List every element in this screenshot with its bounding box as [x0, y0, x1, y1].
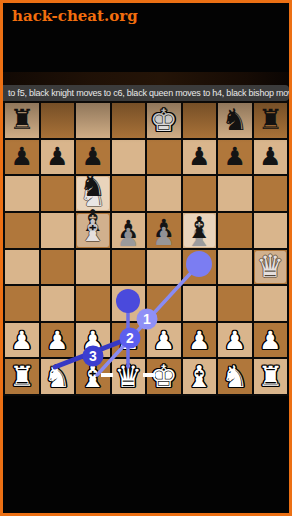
square-d7[interactable] [112, 140, 146, 175]
square-b6[interactable] [41, 176, 75, 211]
move-suggestion-bar: to f5, black knight moves to c6, black q… [3, 85, 289, 101]
white-pawn-c2[interactable]: ♟ [76, 323, 110, 358]
square-b8[interactable] [41, 103, 75, 138]
white-pawn-b2[interactable]: ♟ [41, 323, 75, 358]
square-g2[interactable]: ♟ [218, 323, 252, 358]
suggested-square-highlight [184, 214, 216, 247]
black-pawn-f7[interactable]: ♟ [183, 140, 217, 175]
square-c2[interactable]: ♟ [76, 323, 110, 358]
square-f6[interactable] [183, 176, 217, 211]
black-pawn-c7[interactable]: ♟ [76, 140, 110, 175]
suggested-square-highlight [77, 214, 109, 247]
white-queen-d1[interactable]: ♛ [112, 359, 146, 394]
ghost-black-knight-c6: ♞ [76, 178, 110, 213]
square-c3[interactable] [76, 286, 110, 321]
square-a3[interactable] [5, 286, 39, 321]
white-knight-g1[interactable]: ♞ [218, 359, 252, 394]
white-pawn-g2[interactable]: ♟ [218, 323, 252, 358]
black-knight-g8[interactable]: ♞ [218, 103, 252, 138]
ghost-black-bishop-f5: ♝ [183, 219, 217, 254]
suggested-square-highlight [255, 251, 287, 284]
square-g7[interactable]: ♟ [218, 140, 252, 175]
square-e1[interactable]: ♚ [147, 359, 181, 394]
square-d3[interactable] [112, 286, 146, 321]
white-pawn-e2[interactable]: ♟ [147, 323, 181, 358]
square-c7[interactable]: ♟ [76, 140, 110, 175]
square-f5[interactable]: ♝♝ [183, 213, 217, 248]
suggested-square-highlight [77, 177, 109, 210]
square-e6[interactable] [147, 176, 181, 211]
square-c5[interactable]: ♝♝ [76, 213, 110, 248]
square-d8[interactable] [112, 103, 146, 138]
square-f4[interactable] [183, 250, 217, 285]
square-h2[interactable]: ♟ [254, 323, 288, 358]
white-pawn-h2[interactable]: ♟ [254, 323, 288, 358]
square-f3[interactable] [183, 286, 217, 321]
black-pawn-e5[interactable]: ♟ [147, 211, 181, 246]
square-e3[interactable] [147, 286, 181, 321]
white-pawn-a2[interactable]: ♟ [5, 323, 39, 358]
white-bishop-f1[interactable]: ♝ [183, 359, 217, 394]
square-b5[interactable] [41, 213, 75, 248]
chess-board: ♜♚♞♜♟♟♟♟♟♟♞♞♝♝♟♟♟♟♝♝♛♟♟♟♟♟♟♟♟♜♞♝♛♚♝♞♜ 12… [3, 101, 289, 396]
black-rook-h8[interactable]: ♜ [254, 103, 288, 138]
square-d2[interactable]: ♟ [112, 323, 146, 358]
square-d5[interactable]: ♟♟ [112, 213, 146, 248]
square-b7[interactable]: ♟ [41, 140, 75, 175]
white-rook-a1[interactable]: ♜ [5, 359, 39, 394]
square-h4[interactable]: ♛ [254, 250, 288, 285]
square-c8[interactable] [76, 103, 110, 138]
ghost-black-bishop-c5: ♝ [76, 214, 110, 249]
square-f8[interactable] [183, 103, 217, 138]
black-pawn-d5[interactable]: ♟ [112, 212, 146, 247]
square-e8[interactable]: ♚ [147, 103, 181, 138]
square-g8[interactable]: ♞ [218, 103, 252, 138]
white-pawn-d2[interactable]: ♟ [112, 323, 146, 358]
square-d4[interactable] [112, 250, 146, 285]
app-window: hack-cheat.org to f5, black knight moves… [0, 0, 292, 516]
square-c1[interactable]: ♝ [76, 359, 110, 394]
black-king-e8[interactable]: ♚ [147, 103, 181, 138]
square-f7[interactable]: ♟ [183, 140, 217, 175]
square-a4[interactable] [5, 250, 39, 285]
square-g5[interactable] [218, 213, 252, 248]
white-king-e1[interactable]: ♚ [147, 359, 181, 394]
square-h3[interactable] [254, 286, 288, 321]
black-bishop-f5[interactable]: ♝ [183, 211, 217, 246]
black-pawn-h7[interactable]: ♟ [254, 140, 288, 175]
square-e2[interactable]: ♟ [147, 323, 181, 358]
square-c6[interactable]: ♞♞ [76, 176, 110, 211]
square-f1[interactable]: ♝ [183, 359, 217, 394]
ghost-black-queen-h4: ♛ [254, 250, 288, 285]
square-g4[interactable] [218, 250, 252, 285]
square-e7[interactable] [147, 140, 181, 175]
square-h6[interactable] [254, 176, 288, 211]
square-f2[interactable]: ♟ [183, 323, 217, 358]
white-knight-b1[interactable]: ♞ [41, 359, 75, 394]
square-d1[interactable]: ♛ [112, 359, 146, 394]
square-a1[interactable]: ♜ [5, 359, 39, 394]
white-bishop-c1[interactable]: ♝ [76, 359, 110, 394]
square-a2[interactable]: ♟ [5, 323, 39, 358]
square-b4[interactable] [41, 250, 75, 285]
square-c4[interactable] [76, 250, 110, 285]
square-a7[interactable]: ♟ [5, 140, 39, 175]
black-pawn-a7[interactable]: ♟ [5, 140, 39, 175]
square-h1[interactable]: ♜ [254, 359, 288, 394]
square-e5[interactable]: ♟♟ [147, 213, 181, 248]
square-d6[interactable] [112, 176, 146, 211]
square-h7[interactable]: ♟ [254, 140, 288, 175]
square-e4[interactable] [147, 250, 181, 285]
ghost-black-pawn-e5: ♟ [147, 219, 181, 254]
square-h5[interactable] [254, 213, 288, 248]
square-h8[interactable]: ♜ [254, 103, 288, 138]
square-b3[interactable] [41, 286, 75, 321]
white-pawn-f2[interactable]: ♟ [183, 323, 217, 358]
square-a5[interactable] [5, 213, 39, 248]
black-rook-a8[interactable]: ♜ [5, 103, 39, 138]
square-g6[interactable] [218, 176, 252, 211]
white-rook-h1[interactable]: ♜ [254, 359, 288, 394]
square-a8[interactable]: ♜ [5, 103, 39, 138]
square-g1[interactable]: ♞ [218, 359, 252, 394]
square-b1[interactable]: ♞ [41, 359, 75, 394]
square-b2[interactable]: ♟ [41, 323, 75, 358]
site-watermark: hack-cheat.org [12, 7, 138, 25]
black-pawn-b7[interactable]: ♟ [41, 140, 75, 175]
square-a6[interactable] [5, 176, 39, 211]
black-pawn-g7[interactable]: ♟ [218, 140, 252, 175]
square-g3[interactable] [218, 286, 252, 321]
chess-board-grid: ♜♚♞♜♟♟♟♟♟♟♞♞♝♝♟♟♟♟♝♝♛♟♟♟♟♟♟♟♟♜♞♝♛♚♝♞♜ [3, 101, 289, 396]
